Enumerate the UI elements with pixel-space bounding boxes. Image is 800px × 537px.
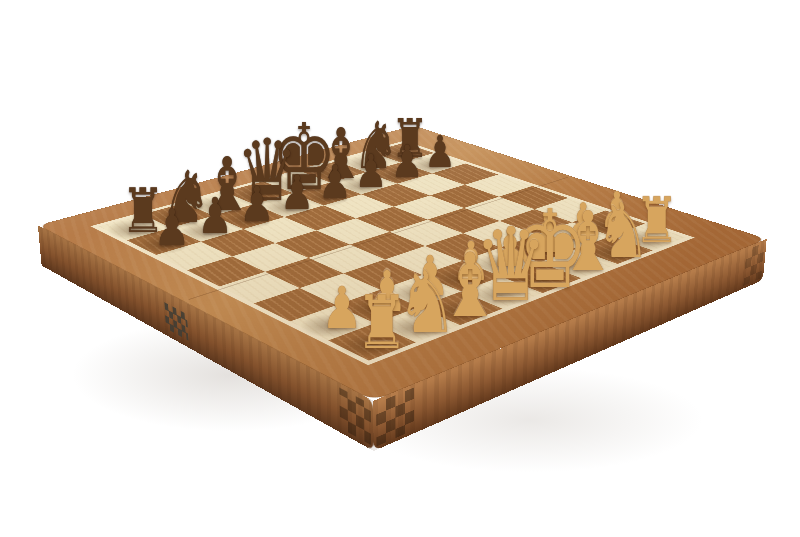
black-pawn-d7[interactable]: ♟ xyxy=(280,169,314,217)
corner-finger-joint xyxy=(743,242,764,285)
black-pawn-b7[interactable]: ♟ xyxy=(198,191,234,241)
black-pawn-g7[interactable]: ♟ xyxy=(391,139,423,184)
black-pawn-a7[interactable]: ♟ xyxy=(154,203,190,254)
black-pawn-c7[interactable]: ♟ xyxy=(239,180,274,229)
white-rook-a1[interactable]: ♜ xyxy=(355,286,408,360)
chess-photo-scene: ♜♞♝♛♚♝♞♜♟♟♟♟♟♟♟♟♟♟♟♟♟♟♟♟♜♞♝♛♚♝♞♜ xyxy=(0,0,800,537)
fold-hinge-inlay xyxy=(164,302,188,340)
black-pawn-e7[interactable]: ♟ xyxy=(318,158,351,205)
black-pawn-h7[interactable]: ♟ xyxy=(425,130,457,174)
black-pawn-f7[interactable]: ♟ xyxy=(355,148,388,194)
